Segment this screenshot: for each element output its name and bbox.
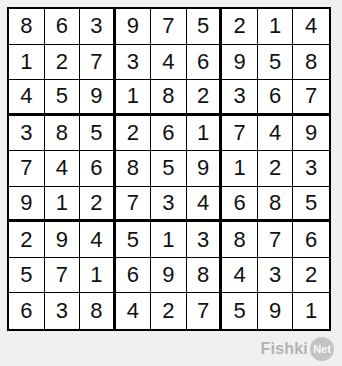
cell-r5c6[interactable]: 9	[187, 151, 223, 187]
cell-r4c7[interactable]: 7	[222, 116, 258, 152]
cell-r6c1[interactable]: 9	[9, 187, 45, 223]
cell-r4c2[interactable]: 8	[45, 116, 81, 152]
sudoku-image: 8639752141273469584591823673852617497468…	[0, 0, 342, 366]
cell-r9c6[interactable]: 7	[187, 293, 223, 329]
cell-r5c1[interactable]: 7	[9, 151, 45, 187]
cell-r9c9[interactable]: 1	[293, 293, 329, 329]
cell-r3c3[interactable]: 9	[80, 80, 116, 116]
cell-r1c2[interactable]: 6	[45, 9, 81, 45]
cell-r1c4[interactable]: 9	[116, 9, 152, 45]
cell-r3c4[interactable]: 1	[116, 80, 152, 116]
cell-r5c4[interactable]: 8	[116, 151, 152, 187]
cell-r9c4[interactable]: 4	[116, 293, 152, 329]
cell-r8c1[interactable]: 5	[9, 258, 45, 294]
cell-r4c4[interactable]: 2	[116, 116, 152, 152]
cell-r3c9[interactable]: 7	[293, 80, 329, 116]
cell-r9c2[interactable]: 3	[45, 293, 81, 329]
cell-r3c2[interactable]: 5	[45, 80, 81, 116]
cell-r5c3[interactable]: 6	[80, 151, 116, 187]
cell-r4c1[interactable]: 3	[9, 116, 45, 152]
cell-r7c7[interactable]: 8	[222, 222, 258, 258]
cell-r2c5[interactable]: 4	[151, 45, 187, 81]
cell-r2c4[interactable]: 3	[116, 45, 152, 81]
cell-r3c1[interactable]: 4	[9, 80, 45, 116]
cell-r5c7[interactable]: 1	[222, 151, 258, 187]
cell-r8c6[interactable]: 8	[187, 258, 223, 294]
cell-r6c7[interactable]: 6	[222, 187, 258, 223]
cell-r8c9[interactable]: 2	[293, 258, 329, 294]
cell-r9c8[interactable]: 9	[258, 293, 294, 329]
cell-r9c5[interactable]: 2	[151, 293, 187, 329]
cell-r1c7[interactable]: 2	[222, 9, 258, 45]
cell-r8c5[interactable]: 9	[151, 258, 187, 294]
cell-r2c2[interactable]: 2	[45, 45, 81, 81]
cell-r7c3[interactable]: 4	[80, 222, 116, 258]
cell-r7c5[interactable]: 1	[151, 222, 187, 258]
cell-r8c3[interactable]: 1	[80, 258, 116, 294]
cell-r1c1[interactable]: 8	[9, 9, 45, 45]
cell-r6c9[interactable]: 5	[293, 187, 329, 223]
cell-r6c5[interactable]: 3	[151, 187, 187, 223]
cell-r2c8[interactable]: 5	[258, 45, 294, 81]
cell-r6c3[interactable]: 2	[80, 187, 116, 223]
watermark-net-badge: Net	[310, 337, 334, 361]
cell-r5c8[interactable]: 2	[258, 151, 294, 187]
cell-r9c3[interactable]: 8	[80, 293, 116, 329]
cell-r2c6[interactable]: 6	[187, 45, 223, 81]
cell-r8c2[interactable]: 7	[45, 258, 81, 294]
cell-r2c3[interactable]: 7	[80, 45, 116, 81]
watermark: Fishki Net	[261, 337, 334, 361]
cell-r1c9[interactable]: 4	[293, 9, 329, 45]
cell-r6c4[interactable]: 7	[116, 187, 152, 223]
cell-r3c8[interactable]: 6	[258, 80, 294, 116]
cell-r7c9[interactable]: 6	[293, 222, 329, 258]
cell-r3c5[interactable]: 8	[151, 80, 187, 116]
cell-r3c6[interactable]: 2	[187, 80, 223, 116]
cell-r7c1[interactable]: 2	[9, 222, 45, 258]
cell-r6c6[interactable]: 4	[187, 187, 223, 223]
cell-r4c8[interactable]: 4	[258, 116, 294, 152]
cell-r2c7[interactable]: 9	[222, 45, 258, 81]
cell-r5c9[interactable]: 3	[293, 151, 329, 187]
cell-r6c2[interactable]: 1	[45, 187, 81, 223]
cell-r1c8[interactable]: 1	[258, 9, 294, 45]
cell-r9c1[interactable]: 6	[9, 293, 45, 329]
cell-r7c8[interactable]: 7	[258, 222, 294, 258]
cell-r2c1[interactable]: 1	[9, 45, 45, 81]
cell-r7c4[interactable]: 5	[116, 222, 152, 258]
cell-r9c7[interactable]: 5	[222, 293, 258, 329]
cell-r1c6[interactable]: 5	[187, 9, 223, 45]
cell-r4c5[interactable]: 6	[151, 116, 187, 152]
cell-r6c8[interactable]: 8	[258, 187, 294, 223]
cell-r1c5[interactable]: 7	[151, 9, 187, 45]
cell-r8c8[interactable]: 3	[258, 258, 294, 294]
cell-r5c5[interactable]: 5	[151, 151, 187, 187]
watermark-brand-text: Fishki	[261, 340, 308, 358]
cell-r4c6[interactable]: 1	[187, 116, 223, 152]
cell-r8c7[interactable]: 4	[222, 258, 258, 294]
cell-r5c2[interactable]: 4	[45, 151, 81, 187]
cell-r2c9[interactable]: 8	[293, 45, 329, 81]
sudoku-board: 8639752141273469584591823673852617497468…	[7, 7, 331, 331]
cell-r8c4[interactable]: 6	[116, 258, 152, 294]
cell-r7c6[interactable]: 3	[187, 222, 223, 258]
cell-r1c3[interactable]: 3	[80, 9, 116, 45]
cell-r7c2[interactable]: 9	[45, 222, 81, 258]
cell-r4c3[interactable]: 5	[80, 116, 116, 152]
cell-r3c7[interactable]: 3	[222, 80, 258, 116]
cell-r4c9[interactable]: 9	[293, 116, 329, 152]
